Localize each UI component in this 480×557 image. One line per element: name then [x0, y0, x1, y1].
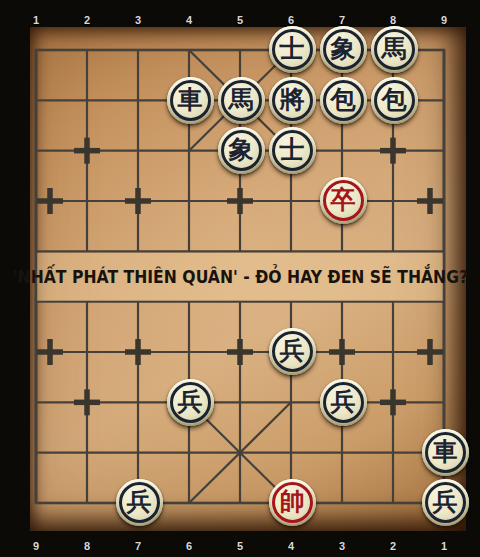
bottom-coordinate-label: 8: [84, 540, 90, 552]
piece-black-cannon[interactable]: 包: [371, 77, 418, 124]
piece-glyph: 象: [331, 36, 356, 61]
piece-glyph: 馬: [229, 87, 254, 112]
piece-black-advisor[interactable]: 士: [269, 127, 316, 174]
piece-red-general[interactable]: 帥: [269, 479, 316, 526]
piece-glyph: 士: [280, 36, 305, 61]
piece-glyph: 帥: [280, 489, 305, 514]
bottom-coordinate-label: 5: [237, 540, 243, 552]
piece-glyph: 兵: [331, 389, 356, 414]
piece-glyph: 馬: [382, 36, 407, 61]
piece-glyph: 兵: [433, 489, 458, 514]
piece-glyph: 兵: [127, 489, 152, 514]
piece-glyph: 兵: [178, 389, 203, 414]
piece-black-soldier[interactable]: 兵: [422, 479, 469, 526]
piece-black-cannon[interactable]: 包: [320, 77, 367, 124]
xiangqi-board: 'NHẤT PHÁT THIÊN QUÂN' - ĐỎ HAY ĐEN SẼ T…: [30, 27, 466, 531]
piece-glyph: 車: [178, 87, 203, 112]
bottom-coordinate-label: 4: [288, 540, 294, 552]
piece-glyph: 包: [331, 87, 356, 112]
piece-black-chariot[interactable]: 車: [422, 429, 469, 476]
piece-black-advisor[interactable]: 士: [269, 26, 316, 73]
piece-glyph: 卒: [331, 187, 356, 212]
page: { "game": "xiangqi", "banner": { "text":…: [0, 0, 480, 557]
piece-black-horse[interactable]: 馬: [371, 26, 418, 73]
piece-black-soldier[interactable]: 兵: [116, 479, 163, 526]
piece-glyph: 包: [382, 87, 407, 112]
piece-black-general[interactable]: 將: [269, 77, 316, 124]
piece-glyph: 士: [280, 137, 305, 162]
bottom-coordinate-label: 6: [186, 540, 192, 552]
bottom-coordinate-label: 2: [390, 540, 396, 552]
piece-glyph: 將: [280, 87, 305, 112]
piece-black-soldier[interactable]: 兵: [269, 328, 316, 375]
piece-black-soldier[interactable]: 兵: [167, 379, 214, 426]
piece-black-soldier[interactable]: 兵: [320, 379, 367, 426]
piece-black-horse[interactable]: 馬: [218, 77, 265, 124]
pieces-layer: 士 象 馬 車 馬 將 包 包 象 士 卒 兵 兵 兵 車 兵 帥 兵: [12, 25, 471, 528]
bottom-coordinate-label: 7: [135, 540, 141, 552]
bottom-coordinate-label: 9: [33, 540, 39, 552]
piece-glyph: 象: [229, 137, 254, 162]
piece-black-elephant[interactable]: 象: [320, 26, 367, 73]
piece-red-soldier[interactable]: 卒: [320, 177, 367, 224]
piece-black-elephant[interactable]: 象: [218, 127, 265, 174]
bottom-coordinate-label: 3: [339, 540, 345, 552]
piece-glyph: 車: [433, 439, 458, 464]
bottom-coordinate-label: 1: [441, 540, 447, 552]
piece-glyph: 兵: [280, 338, 305, 363]
piece-black-chariot[interactable]: 車: [167, 77, 214, 124]
